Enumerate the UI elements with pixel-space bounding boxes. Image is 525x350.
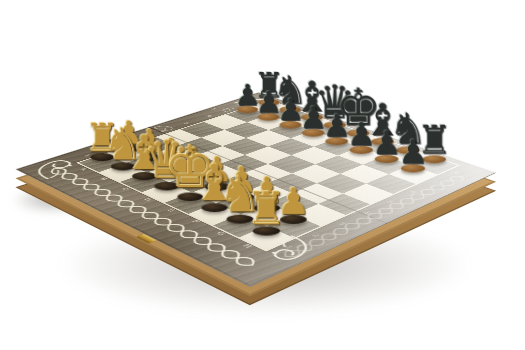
piece-black-pawn-h7[interactable]: ♟ xyxy=(385,135,441,172)
piece-white-rook-h1[interactable]: ♜ xyxy=(235,186,299,236)
piece-base xyxy=(401,164,425,172)
chess-set-photo: abcdefgh8877665544332211 ♜♞♝♛♚♝♞♜♟♟♟♟♟♟♟… xyxy=(0,0,525,350)
piece-base xyxy=(253,227,280,236)
rook-glyph: ♜ xyxy=(246,186,287,231)
